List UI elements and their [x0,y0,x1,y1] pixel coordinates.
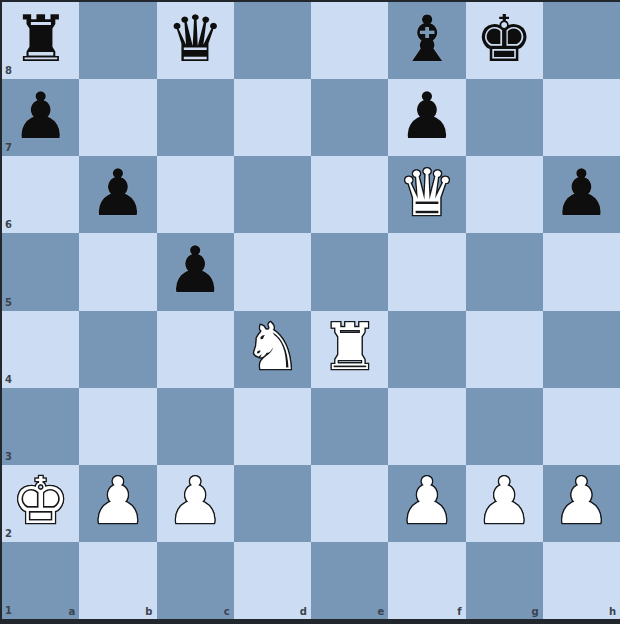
square-d7[interactable] [234,79,311,156]
piece-white-knight[interactable]: ♞ [244,315,301,379]
piece-black-bishop[interactable]: ♝ [398,7,455,71]
square-c6[interactable] [157,156,234,233]
square-b7[interactable] [79,79,156,156]
square-e6[interactable] [311,156,388,233]
square-c8[interactable]: ♛ [157,2,234,79]
piece-white-king[interactable]: ♚ [12,469,69,533]
square-c4[interactable] [157,311,234,388]
piece-black-pawn[interactable]: ♟ [166,238,223,302]
square-c2[interactable]: ♟ [157,465,234,542]
square-f2[interactable]: ♟ [388,465,465,542]
square-h3[interactable] [543,388,620,465]
piece-white-pawn[interactable]: ♟ [553,469,610,533]
square-a8[interactable]: ♜8 [2,2,79,79]
square-c7[interactable] [157,79,234,156]
square-f6[interactable]: ♛ [388,156,465,233]
square-a3[interactable]: 3 [2,388,79,465]
square-h6[interactable]: ♟ [543,156,620,233]
file-label-b: b [145,607,152,617]
square-f7[interactable]: ♟ [388,79,465,156]
square-d2[interactable] [234,465,311,542]
square-d1[interactable]: d [234,542,311,619]
square-e4[interactable]: ♜ [311,311,388,388]
square-h7[interactable] [543,79,620,156]
rank-label-3: 3 [5,452,12,462]
square-g2[interactable]: ♟ [466,465,543,542]
rank-label-6: 6 [5,220,12,230]
square-h8[interactable] [543,2,620,79]
square-d3[interactable] [234,388,311,465]
square-f1[interactable]: f [388,542,465,619]
piece-white-pawn[interactable]: ♟ [398,469,455,533]
square-a4[interactable]: 4 [2,311,79,388]
square-a6[interactable]: 6 [2,156,79,233]
square-g3[interactable] [466,388,543,465]
rank-label-2: 2 [5,529,12,539]
file-label-c: c [224,607,230,617]
square-g7[interactable] [466,79,543,156]
piece-black-pawn[interactable]: ♟ [398,84,455,148]
piece-white-rook[interactable]: ♜ [321,315,378,379]
rank-label-4: 4 [5,375,12,385]
square-g1[interactable]: g [466,542,543,619]
piece-white-pawn[interactable]: ♟ [475,469,532,533]
piece-black-pawn[interactable]: ♟ [12,84,69,148]
rank-label-7: 7 [5,143,12,153]
square-b2[interactable]: ♟ [79,465,156,542]
square-e7[interactable] [311,79,388,156]
rank-label-1: 1 [5,606,12,616]
piece-black-king[interactable]: ♚ [475,7,532,71]
square-b1[interactable]: b [79,542,156,619]
square-g4[interactable] [466,311,543,388]
square-a2[interactable]: ♚2 [2,465,79,542]
square-h4[interactable] [543,311,620,388]
file-label-h: h [609,607,616,617]
square-g6[interactable] [466,156,543,233]
chess-board: ♜8♛♝♚♟7♟6♟♛♟5♟4♞♜3♚2♟♟♟♟♟1abcdefgh [0,0,620,624]
file-label-a: a [69,607,76,617]
square-f4[interactable] [388,311,465,388]
square-g5[interactable] [466,233,543,310]
square-b3[interactable] [79,388,156,465]
piece-black-pawn[interactable]: ♟ [89,161,146,225]
square-b6[interactable]: ♟ [79,156,156,233]
square-c5[interactable]: ♟ [157,233,234,310]
piece-white-pawn[interactable]: ♟ [166,469,223,533]
square-e2[interactable] [311,465,388,542]
rank-label-8: 8 [5,66,12,76]
square-f5[interactable] [388,233,465,310]
square-g8[interactable]: ♚ [466,2,543,79]
rank-label-5: 5 [5,298,12,308]
square-d6[interactable] [234,156,311,233]
board-grid: ♜8♛♝♚♟7♟6♟♛♟5♟4♞♜3♚2♟♟♟♟♟1abcdefgh [2,2,620,619]
square-e1[interactable]: e [311,542,388,619]
square-d4[interactable]: ♞ [234,311,311,388]
file-label-f: f [457,607,461,617]
file-label-d: d [300,607,307,617]
piece-black-rook[interactable]: ♜ [12,7,69,71]
square-c1[interactable]: c [157,542,234,619]
piece-white-pawn[interactable]: ♟ [89,469,146,533]
square-d5[interactable] [234,233,311,310]
square-c3[interactable] [157,388,234,465]
piece-black-queen[interactable]: ♛ [166,7,223,71]
square-h5[interactable] [543,233,620,310]
square-h1[interactable]: h [543,542,620,619]
square-a5[interactable]: 5 [2,233,79,310]
square-b5[interactable] [79,233,156,310]
piece-white-queen[interactable]: ♛ [398,161,455,225]
square-e3[interactable] [311,388,388,465]
square-f3[interactable] [388,388,465,465]
square-b8[interactable] [79,2,156,79]
square-a7[interactable]: ♟7 [2,79,79,156]
square-d8[interactable] [234,2,311,79]
square-e8[interactable] [311,2,388,79]
square-b4[interactable] [79,311,156,388]
square-f8[interactable]: ♝ [388,2,465,79]
piece-black-pawn[interactable]: ♟ [553,161,610,225]
file-label-e: e [377,607,384,617]
square-h2[interactable]: ♟ [543,465,620,542]
square-a1[interactable]: 1a [2,542,79,619]
file-label-g: g [532,607,539,617]
square-e5[interactable] [311,233,388,310]
